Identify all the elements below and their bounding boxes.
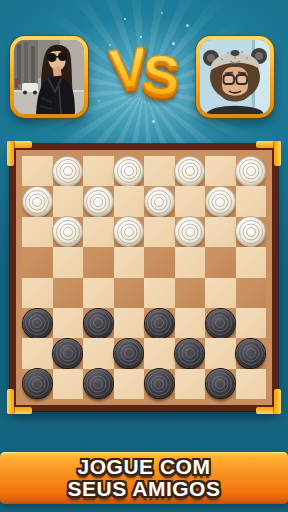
board-square[interactable] (53, 186, 84, 216)
board-square[interactable] (83, 186, 114, 216)
board-square[interactable] (175, 369, 206, 399)
board-square[interactable] (53, 156, 84, 186)
board-square[interactable] (114, 338, 145, 368)
board-square[interactable] (53, 308, 84, 338)
board-square[interactable] (114, 217, 145, 247)
board-corner-icon (7, 389, 32, 414)
white-piece[interactable] (53, 217, 82, 246)
board-square[interactable] (205, 186, 236, 216)
black-piece[interactable] (236, 339, 265, 368)
cta-line-1: JOGUE COM (78, 456, 211, 478)
black-piece[interactable] (206, 369, 235, 398)
board-square[interactable] (236, 247, 267, 277)
white-piece[interactable] (114, 157, 143, 186)
sparkle-dot (98, 100, 100, 102)
sparkle-dot (124, 18, 126, 20)
board-corner-icon (7, 141, 32, 166)
board-square[interactable] (83, 369, 114, 399)
black-piece[interactable] (84, 369, 113, 398)
board-square[interactable] (53, 338, 84, 368)
black-piece[interactable] (206, 309, 235, 338)
black-piece[interactable] (175, 339, 204, 368)
board-square[interactable] (175, 247, 206, 277)
board-square[interactable] (83, 308, 114, 338)
board-square[interactable] (144, 369, 175, 399)
board-square[interactable] (83, 278, 114, 308)
board-square[interactable] (175, 308, 206, 338)
board-square[interactable] (53, 247, 84, 277)
board-square[interactable] (22, 186, 53, 216)
black-piece[interactable] (145, 309, 174, 338)
board-square[interactable] (205, 308, 236, 338)
black-piece[interactable] (114, 339, 143, 368)
board-square[interactable] (205, 278, 236, 308)
board-square[interactable] (205, 247, 236, 277)
board-square[interactable] (114, 369, 145, 399)
board-square[interactable] (114, 278, 145, 308)
board-grid (22, 156, 266, 399)
board-square[interactable] (83, 247, 114, 277)
black-piece[interactable] (53, 339, 82, 368)
board-square[interactable] (205, 369, 236, 399)
white-piece[interactable] (206, 187, 235, 216)
white-piece[interactable] (53, 157, 82, 186)
board-square[interactable] (144, 278, 175, 308)
board-square[interactable] (144, 247, 175, 277)
sparkle-dot (152, 120, 155, 123)
board-square[interactable] (144, 217, 175, 247)
white-piece[interactable] (23, 187, 52, 216)
board-square[interactable] (236, 278, 267, 308)
board-square[interactable] (144, 186, 175, 216)
board-square[interactable] (144, 338, 175, 368)
app-background: VS (0, 0, 288, 512)
board-square[interactable] (236, 308, 267, 338)
board-square[interactable] (236, 186, 267, 216)
white-piece[interactable] (145, 187, 174, 216)
cta-line-2: SEUS AMIGOS (68, 478, 221, 500)
board-square[interactable] (205, 156, 236, 186)
black-piece[interactable] (145, 369, 174, 398)
cta-banner[interactable]: JOGUE COM SEUS AMIGOS (0, 452, 288, 504)
board-square[interactable] (175, 156, 206, 186)
board-square[interactable] (114, 247, 145, 277)
board-square[interactable] (236, 338, 267, 368)
board-square[interactable] (144, 308, 175, 338)
white-piece[interactable] (84, 187, 113, 216)
board-square[interactable] (144, 156, 175, 186)
board-square[interactable] (53, 217, 84, 247)
white-piece[interactable] (175, 217, 204, 246)
board-square[interactable] (114, 156, 145, 186)
white-piece[interactable] (236, 217, 265, 246)
board-frame (10, 144, 278, 411)
board-corner-icon (256, 141, 281, 166)
board-square[interactable] (175, 186, 206, 216)
white-piece[interactable] (175, 157, 204, 186)
board-square[interactable] (22, 338, 53, 368)
board-square[interactable] (22, 278, 53, 308)
board-square[interactable] (175, 338, 206, 368)
board-square[interactable] (22, 247, 53, 277)
board-square[interactable] (22, 217, 53, 247)
checkers-board (10, 144, 278, 411)
board-square[interactable] (83, 156, 114, 186)
vs-label: VS (0, 38, 288, 98)
board-square[interactable] (236, 217, 267, 247)
board-square[interactable] (175, 278, 206, 308)
black-piece[interactable] (84, 309, 113, 338)
board-square[interactable] (205, 217, 236, 247)
black-piece[interactable] (23, 309, 52, 338)
board-square[interactable] (22, 308, 53, 338)
board-square[interactable] (114, 186, 145, 216)
white-piece[interactable] (114, 217, 143, 246)
board-square[interactable] (205, 338, 236, 368)
sparkle-dot (161, 12, 163, 14)
board-square[interactable] (53, 278, 84, 308)
sparkle-dot (186, 24, 189, 27)
board-corner-icon (256, 389, 281, 414)
board-square[interactable] (114, 308, 145, 338)
board-square[interactable] (83, 217, 114, 247)
board-square[interactable] (83, 338, 114, 368)
board-square[interactable] (175, 217, 206, 247)
vs-letter-s: S (140, 44, 180, 107)
board-square[interactable] (53, 369, 84, 399)
